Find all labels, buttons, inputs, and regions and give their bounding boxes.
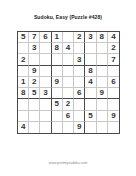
sudoku-cell-empty [40, 99, 51, 110]
sudoku-cell-empty [85, 54, 96, 65]
sudoku-cell-given: 3 [85, 32, 96, 43]
sudoku-cell-empty [63, 88, 74, 99]
sudoku-cell-given: 4 [108, 32, 119, 43]
sudoku-cell-empty [108, 99, 119, 110]
sudoku-cell-empty [74, 66, 85, 77]
sudoku-cell-given: 8 [52, 43, 63, 54]
sudoku-cell-empty [97, 66, 108, 77]
sudoku-cell-empty [29, 54, 40, 65]
sudoku-cell-empty [97, 77, 108, 88]
sudoku-cell-empty [85, 43, 96, 54]
sudoku-cell-empty [40, 122, 51, 133]
sudoku-cell-given: 4 [18, 122, 29, 133]
sudoku-cell-given: 5 [29, 88, 40, 99]
sudoku-page: Sudoku, Easy (Puzzle #428) 5761238438422… [0, 0, 136, 176]
sudoku-cell-given: 2 [18, 54, 29, 65]
sudoku-cell-given: 6 [108, 77, 119, 88]
sudoku-cell-given: 7 [29, 32, 40, 43]
sudoku-cell-given: 5 [52, 99, 63, 110]
sudoku-cell-empty [63, 122, 74, 133]
sudoku-cell-empty [40, 66, 51, 77]
sudoku-cell-given: 9 [97, 88, 108, 99]
sudoku-cell-given: 3 [29, 43, 40, 54]
sudoku-cell-given: 1 [18, 77, 29, 88]
sudoku-cell-given: 2 [29, 77, 40, 88]
sudoku-cell-given: 6 [63, 111, 74, 122]
sudoku-cell-empty [29, 111, 40, 122]
sudoku-cell-empty [97, 122, 108, 133]
sudoku-cell-given: 5 [85, 111, 96, 122]
sudoku-cell-empty [18, 99, 29, 110]
sudoku-cell-given: 6 [40, 32, 51, 43]
sudoku-cell-given: 3 [40, 88, 51, 99]
sudoku-cell-given: 8 [85, 66, 96, 77]
sudoku-cell-empty [63, 54, 74, 65]
sudoku-cell-empty [85, 88, 96, 99]
sudoku-cell-given: 8 [97, 32, 108, 43]
sudoku-cell-empty [108, 66, 119, 77]
sudoku-cell-empty [63, 77, 74, 88]
sudoku-cell-given: 4 [63, 43, 74, 54]
sudoku-cell-empty [85, 99, 96, 110]
sudoku-cell-empty [97, 54, 108, 65]
page-title: Sudoku, Easy (Puzzle #428) [0, 14, 136, 20]
sudoku-cell-empty [63, 66, 74, 77]
sudoku-cell-empty [85, 122, 96, 133]
sudoku-cell-given: 9 [29, 66, 40, 77]
sudoku-board: 5761238438422379812946853695265949 [17, 31, 120, 134]
sudoku-cell-given: 2 [108, 43, 119, 54]
sudoku-cell-empty [97, 43, 108, 54]
sudoku-cell-given: 5 [18, 32, 29, 43]
sudoku-cell-empty [18, 111, 29, 122]
footer-url: www.printmysudoku.com [0, 161, 136, 165]
sudoku-cell-empty [97, 111, 108, 122]
sudoku-cell-empty [40, 77, 51, 88]
sudoku-cell-empty [52, 54, 63, 65]
sudoku-cell-given: 8 [18, 88, 29, 99]
sudoku-cell-empty [108, 88, 119, 99]
sudoku-cell-given: 2 [63, 99, 74, 110]
sudoku-cell-empty [74, 77, 85, 88]
sudoku-cell-given: 7 [108, 54, 119, 65]
sudoku-cell-empty [97, 99, 108, 110]
sudoku-cell-given: 9 [52, 77, 63, 88]
sudoku-cell-empty [52, 66, 63, 77]
sudoku-cell-empty [74, 111, 85, 122]
sudoku-cell-empty [74, 43, 85, 54]
sudoku-cell-given: 6 [74, 88, 85, 99]
sudoku-cell-empty [29, 99, 40, 110]
sudoku-cell-empty [52, 111, 63, 122]
sudoku-cell-empty [52, 122, 63, 133]
sudoku-cell-empty [18, 66, 29, 77]
sudoku-cell-given: 4 [85, 77, 96, 88]
sudoku-cell-empty [52, 88, 63, 99]
sudoku-cell-empty [29, 122, 40, 133]
sudoku-cell-given: 2 [74, 32, 85, 43]
sudoku-cell-given: 9 [108, 111, 119, 122]
sudoku-cell-empty [63, 32, 74, 43]
sudoku-cell-empty [40, 111, 51, 122]
sudoku-cell-empty [18, 43, 29, 54]
sudoku-cell-empty [108, 122, 119, 133]
sudoku-cell-given: 9 [74, 122, 85, 133]
sudoku-cell-empty [74, 99, 85, 110]
sudoku-cell-given: 3 [74, 54, 85, 65]
sudoku-cell-empty [40, 43, 51, 54]
sudoku-cell-given: 1 [52, 32, 63, 43]
sudoku-cell-empty [40, 54, 51, 65]
